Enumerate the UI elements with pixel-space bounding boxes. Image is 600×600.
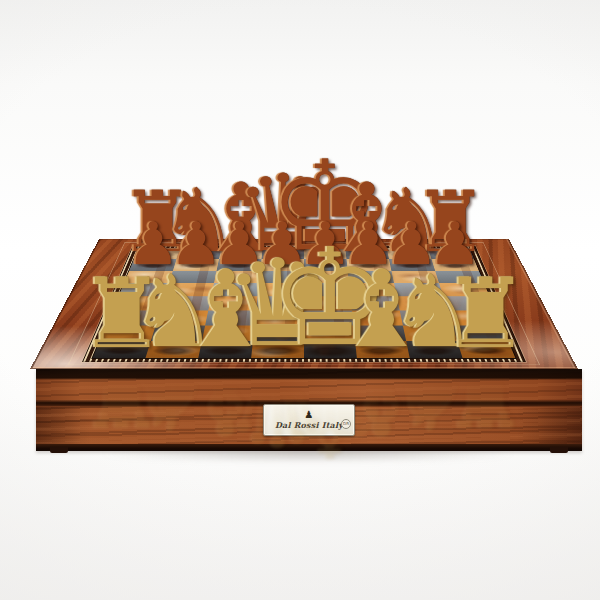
product-photo-scene: ♟ Dal Rossi Italy DR ♜♜♞♞♝♝♛♛♚♚♝♝♞♞♜♜♟♟♟… — [0, 0, 600, 600]
board-top — [30, 239, 578, 369]
square-d3 — [255, 310, 304, 325]
square-h4 — [443, 296, 495, 310]
square-a1 — [93, 341, 151, 358]
square-b5 — [165, 283, 214, 296]
square-g4 — [397, 296, 448, 310]
box-foot-left — [50, 447, 68, 453]
square-f1 — [355, 341, 410, 358]
square-b2 — [151, 325, 205, 341]
square-c3 — [205, 310, 256, 325]
square-h1 — [457, 341, 515, 358]
brand-text: Dal Rossi Italy — [275, 421, 343, 430]
square-b3 — [156, 310, 209, 325]
square-c4 — [208, 296, 257, 310]
square-d7 — [260, 259, 304, 271]
square-f5 — [349, 283, 397, 296]
box-bottom-edge — [36, 444, 582, 451]
square-c2 — [202, 325, 255, 341]
square-f2 — [353, 325, 406, 341]
square-h8 — [428, 248, 474, 259]
chessboard-grid — [93, 248, 516, 358]
square-a3 — [106, 310, 160, 325]
square-d4 — [256, 296, 304, 310]
square-f4 — [350, 296, 399, 310]
square-c5 — [211, 283, 259, 296]
square-d1 — [251, 341, 304, 358]
square-c1 — [198, 341, 253, 358]
square-e5 — [304, 283, 350, 296]
box-front-face: ♟ Dal Rossi Italy DR — [36, 369, 582, 451]
square-e2 — [304, 325, 355, 341]
square-h6 — [435, 271, 484, 283]
square-c7 — [217, 259, 262, 271]
square-c8 — [219, 248, 263, 259]
square-g8 — [387, 248, 432, 259]
box-foot-right — [550, 447, 568, 453]
square-e4 — [304, 296, 352, 310]
brand-plaque: ♟ Dal Rossi Italy DR — [263, 404, 355, 436]
square-h2 — [452, 325, 508, 341]
square-a8 — [134, 248, 180, 259]
square-e6 — [304, 271, 349, 283]
square-g7 — [389, 259, 435, 271]
pawn-icon: ♟ — [305, 410, 314, 420]
square-e7 — [304, 259, 348, 271]
square-a7 — [129, 259, 176, 271]
square-f8 — [345, 248, 389, 259]
square-f3 — [352, 310, 403, 325]
square-f7 — [346, 259, 391, 271]
square-g5 — [394, 283, 443, 296]
square-e1 — [304, 341, 357, 358]
square-a4 — [113, 296, 165, 310]
square-h3 — [448, 310, 502, 325]
square-h7 — [431, 259, 478, 271]
square-a5 — [118, 283, 169, 296]
square-b4 — [160, 296, 211, 310]
square-d6 — [259, 271, 304, 283]
square-d8 — [262, 248, 304, 259]
square-g6 — [391, 271, 439, 283]
square-b7 — [173, 259, 219, 271]
square-d2 — [253, 325, 304, 341]
square-g3 — [400, 310, 453, 325]
square-b1 — [145, 341, 201, 358]
square-g1 — [406, 341, 462, 358]
square-e8 — [304, 248, 346, 259]
square-h5 — [439, 283, 490, 296]
square-b8 — [177, 248, 222, 259]
square-c6 — [214, 271, 260, 283]
square-a2 — [100, 325, 156, 341]
square-e3 — [304, 310, 353, 325]
square-f6 — [348, 271, 394, 283]
square-g2 — [403, 325, 457, 341]
square-d5 — [258, 283, 304, 296]
square-b6 — [169, 271, 217, 283]
square-a6 — [124, 271, 173, 283]
maker-badge: DR — [341, 419, 351, 429]
